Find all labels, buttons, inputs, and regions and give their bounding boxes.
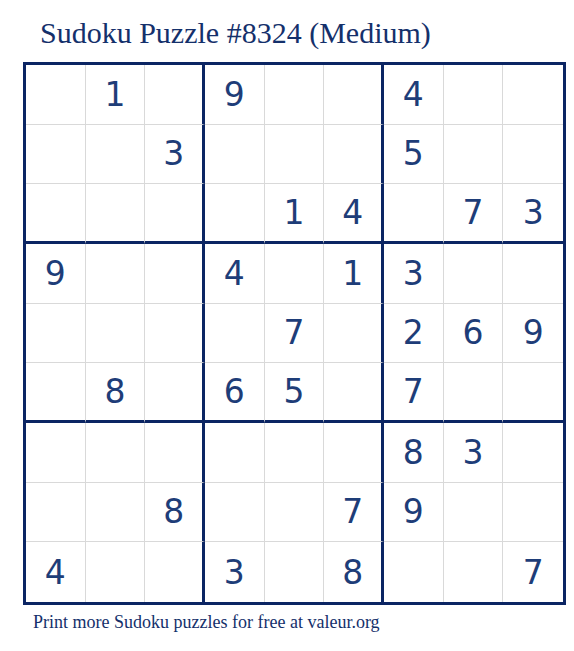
cell-r7c9 [503, 423, 563, 483]
cell-r8c2 [86, 483, 146, 543]
cell-r8c5 [265, 483, 325, 543]
cell-r1c4: 9 [205, 65, 265, 125]
cell-r9c9: 7 [503, 542, 563, 602]
cell-r7c3 [145, 423, 205, 483]
cell-r4c7: 3 [384, 244, 444, 304]
cell-r6c1 [26, 363, 86, 423]
cell-r8c1 [26, 483, 86, 543]
cell-r5c8: 6 [444, 304, 504, 364]
cell-r3c7 [384, 184, 444, 244]
cell-r2c9 [503, 125, 563, 185]
cell-r9c5 [265, 542, 325, 602]
sudoku-board: 194351473941372698657838794387 [23, 62, 566, 605]
cell-r3c1 [26, 184, 86, 244]
cell-r6c2: 8 [86, 363, 146, 423]
cell-r2c1 [26, 125, 86, 185]
cell-r3c6: 4 [324, 184, 384, 244]
cell-r1c5 [265, 65, 325, 125]
cell-r8c7: 9 [384, 483, 444, 543]
cell-r1c1 [26, 65, 86, 125]
cell-r5c6 [324, 304, 384, 364]
cell-r7c8: 3 [444, 423, 504, 483]
cell-r3c8: 7 [444, 184, 504, 244]
cell-r2c7: 5 [384, 125, 444, 185]
cell-r7c7: 8 [384, 423, 444, 483]
cell-r8c4 [205, 483, 265, 543]
cell-r4c8 [444, 244, 504, 304]
cell-r6c7: 7 [384, 363, 444, 423]
cell-r7c6 [324, 423, 384, 483]
cell-r9c2 [86, 542, 146, 602]
cell-r5c3 [145, 304, 205, 364]
cell-r8c8 [444, 483, 504, 543]
cell-r4c1: 9 [26, 244, 86, 304]
cell-r9c8 [444, 542, 504, 602]
cell-r5c1 [26, 304, 86, 364]
cell-r6c9 [503, 363, 563, 423]
cell-r3c5: 1 [265, 184, 325, 244]
cell-r4c2 [86, 244, 146, 304]
cell-r4c6: 1 [324, 244, 384, 304]
cell-r4c5 [265, 244, 325, 304]
cell-r7c5 [265, 423, 325, 483]
cell-r2c8 [444, 125, 504, 185]
cell-r6c6 [324, 363, 384, 423]
cell-r6c8 [444, 363, 504, 423]
cell-r9c6: 8 [324, 542, 384, 602]
cell-r1c9 [503, 65, 563, 125]
cell-r9c1: 4 [26, 542, 86, 602]
cell-r3c2 [86, 184, 146, 244]
cell-r6c3 [145, 363, 205, 423]
cell-r2c2 [86, 125, 146, 185]
cell-r5c7: 2 [384, 304, 444, 364]
cell-r3c3 [145, 184, 205, 244]
cell-r8c9 [503, 483, 563, 543]
cell-r2c6 [324, 125, 384, 185]
cell-r4c3 [145, 244, 205, 304]
cell-r1c6 [324, 65, 384, 125]
cell-r9c4: 3 [205, 542, 265, 602]
cell-r6c4: 6 [205, 363, 265, 423]
cell-r6c5: 5 [265, 363, 325, 423]
cell-r4c4: 4 [205, 244, 265, 304]
cell-r2c4 [205, 125, 265, 185]
cell-r7c4 [205, 423, 265, 483]
cell-r5c9: 9 [503, 304, 563, 364]
cell-r9c3 [145, 542, 205, 602]
page-title: Sudoku Puzzle #8324 (Medium) [40, 16, 431, 50]
cell-r4c9 [503, 244, 563, 304]
cell-r8c6: 7 [324, 483, 384, 543]
footer-text: Print more Sudoku puzzles for free at va… [33, 612, 380, 633]
cell-r2c5 [265, 125, 325, 185]
cell-r3c4 [205, 184, 265, 244]
cell-r7c1 [26, 423, 86, 483]
cell-r1c2: 1 [86, 65, 146, 125]
cell-r5c4 [205, 304, 265, 364]
cell-r8c3: 8 [145, 483, 205, 543]
cell-r9c7 [384, 542, 444, 602]
cell-r2c3: 3 [145, 125, 205, 185]
cell-r5c5: 7 [265, 304, 325, 364]
cell-r1c8 [444, 65, 504, 125]
cell-r3c9: 3 [503, 184, 563, 244]
cell-r5c2 [86, 304, 146, 364]
cell-r7c2 [86, 423, 146, 483]
cell-r1c7: 4 [384, 65, 444, 125]
cell-r1c3 [145, 65, 205, 125]
